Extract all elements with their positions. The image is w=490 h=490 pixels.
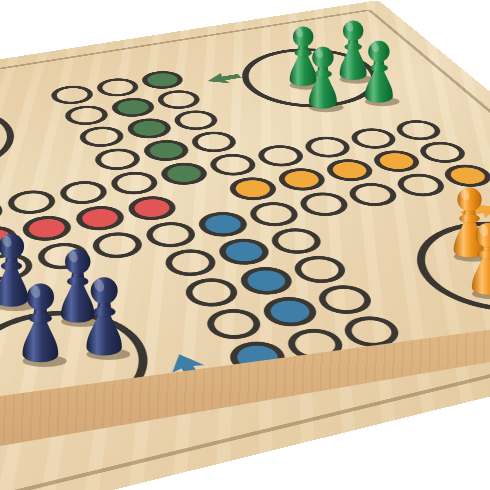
navy-pawn[interactable] xyxy=(79,270,129,365)
green-pawn[interactable] xyxy=(359,35,399,110)
green-pawn[interactable] xyxy=(303,41,343,116)
navy-pawn[interactable] xyxy=(15,276,66,371)
orange-pawn[interactable] xyxy=(465,216,490,303)
photo-stage xyxy=(0,0,490,490)
